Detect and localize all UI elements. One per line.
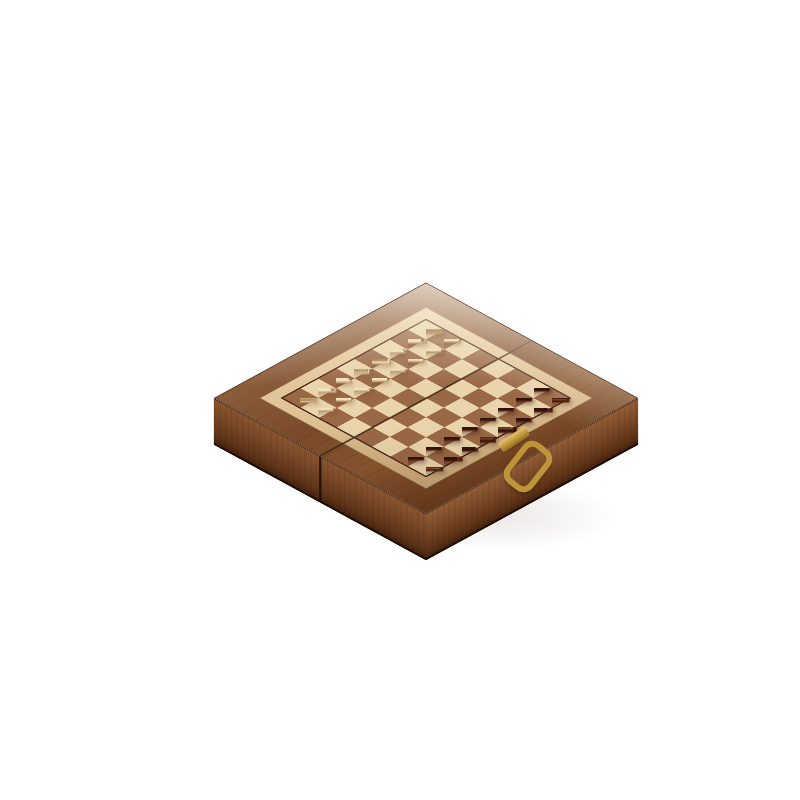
wall-seam-cut bbox=[319, 456, 321, 501]
black-rook-glyph: ♜ bbox=[399, 420, 453, 480]
product-photo-scene: ♜♟♞♟♝♟♚♟♛♟♝♟♟♞♜♟♟♜♞♟♟♝♟♚♟♛♟♝♟♞♟♜ bbox=[0, 0, 800, 800]
white-pawn-glyph: ♟ bbox=[295, 367, 342, 419]
folding-chess-box: ♜♟♞♟♝♟♚♟♛♟♝♟♟♞♜♟♟♜♞♟♟♝♟♚♟♛♟♝♟♞♟♜ bbox=[214, 282, 638, 513]
brass-latch bbox=[498, 430, 562, 496]
